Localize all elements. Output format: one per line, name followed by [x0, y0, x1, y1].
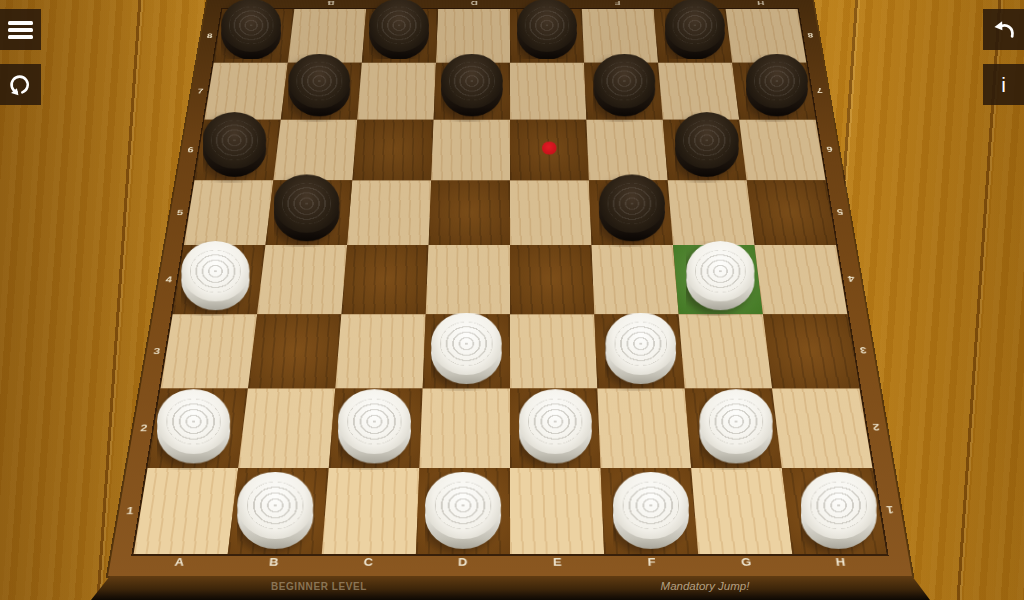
black-piece[interactable]: [746, 54, 808, 117]
square-e8[interactable]: [510, 9, 584, 63]
coordinate-label: A: [130, 551, 228, 573]
black-piece[interactable]: [441, 54, 503, 117]
white-piece[interactable]: [157, 389, 230, 463]
black-piece[interactable]: [675, 112, 739, 177]
square-g7[interactable]: [658, 63, 739, 120]
undo-button[interactable]: [983, 9, 1024, 50]
coordinate-label: H: [792, 551, 890, 573]
square-c3[interactable]: [335, 314, 425, 388]
white-piece[interactable]: [237, 472, 313, 549]
white-piece[interactable]: [431, 313, 502, 385]
square-h1[interactable]: [782, 468, 887, 554]
coordinate-label: F: [604, 551, 700, 573]
undo-icon: [990, 16, 1018, 44]
square-c1[interactable]: [322, 468, 420, 554]
square-g6[interactable]: [663, 120, 747, 181]
square-d5[interactable]: [428, 180, 510, 245]
hamburger-menu-icon: [8, 21, 33, 25]
square-d2[interactable]: [419, 388, 510, 468]
black-piece[interactable]: [599, 174, 665, 241]
square-f2[interactable]: [597, 388, 691, 468]
square-g2[interactable]: [685, 388, 782, 468]
status-message: Mandatory Jump!: [620, 580, 790, 592]
square-b6[interactable]: [273, 120, 357, 181]
white-piece[interactable]: [613, 472, 689, 549]
square-d7[interactable]: [434, 63, 510, 120]
square-e4[interactable]: [510, 245, 594, 314]
coordinate-label: E: [510, 0, 582, 8]
menu-button[interactable]: [0, 9, 41, 50]
square-h4[interactable]: [755, 245, 848, 314]
square-a2[interactable]: [148, 388, 248, 468]
square-h7[interactable]: [732, 63, 815, 120]
white-piece[interactable]: [801, 472, 877, 549]
board-front-face: BEGINNER LEVEL Mandatory Jump!: [0, 576, 1024, 600]
black-piece[interactable]: [517, 0, 577, 60]
square-f6[interactable]: [586, 120, 667, 181]
level-label: BEGINNER LEVEL: [234, 581, 404, 592]
coordinate-label: C: [320, 551, 416, 573]
square-b2[interactable]: [238, 388, 335, 468]
square-a3[interactable]: [161, 314, 257, 388]
square-e5[interactable]: [510, 180, 592, 245]
black-piece[interactable]: [221, 0, 281, 60]
square-a7[interactable]: [204, 63, 287, 120]
square-g4[interactable]: [673, 245, 763, 314]
rotate-board-button[interactable]: [0, 64, 41, 105]
checkers-board: ABCDEFGH ABCDEFGH 87654321 87654321: [108, 0, 912, 576]
square-g1[interactable]: [691, 468, 792, 554]
black-piece[interactable]: [369, 0, 429, 60]
coordinate-label: E: [510, 551, 605, 573]
coordinate-label: F: [581, 0, 653, 8]
black-piece[interactable]: [665, 0, 725, 60]
square-b1[interactable]: [228, 468, 329, 554]
square-b3[interactable]: [248, 314, 341, 388]
square-c5[interactable]: [347, 180, 431, 245]
coordinate-label: B: [225, 551, 322, 573]
square-c2[interactable]: [329, 388, 423, 468]
black-piece[interactable]: [288, 54, 350, 117]
square-c7[interactable]: [357, 63, 436, 120]
white-piece[interactable]: [338, 389, 411, 463]
square-f7[interactable]: [584, 63, 663, 120]
coordinate-label: H: [724, 0, 797, 8]
white-piece[interactable]: [699, 389, 772, 463]
square-h3[interactable]: [763, 314, 859, 388]
square-a5[interactable]: [184, 180, 273, 245]
square-f4[interactable]: [592, 245, 679, 314]
square-e6[interactable]: [510, 120, 589, 181]
square-g5[interactable]: [668, 180, 755, 245]
square-d1[interactable]: [416, 468, 510, 554]
square-e2[interactable]: [510, 388, 601, 468]
square-g3[interactable]: [679, 314, 772, 388]
coordinate-label: A: [223, 0, 296, 8]
square-e7[interactable]: [510, 63, 586, 120]
square-b4[interactable]: [257, 245, 347, 314]
coordinate-label: B: [294, 0, 367, 8]
square-b5[interactable]: [265, 180, 352, 245]
coordinate-label: G: [653, 0, 726, 8]
black-piece[interactable]: [593, 54, 655, 117]
white-piece[interactable]: [605, 313, 676, 385]
board-grid: [134, 9, 887, 554]
white-piece[interactable]: [686, 241, 754, 310]
move-indicator-dot: [542, 142, 557, 155]
square-h2[interactable]: [772, 388, 872, 468]
square-f3[interactable]: [594, 314, 684, 388]
square-f1[interactable]: [601, 468, 699, 554]
game-screen: ABCDEFGH ABCDEFGH 87654321 87654321 BEGI…: [0, 0, 1024, 600]
info-icon: i: [1001, 74, 1006, 95]
square-d3[interactable]: [423, 314, 510, 388]
square-a8[interactable]: [214, 9, 295, 63]
square-c6[interactable]: [352, 120, 433, 181]
rotate-icon: [7, 71, 34, 98]
square-g8[interactable]: [654, 9, 732, 63]
coordinate-label: C: [366, 0, 438, 8]
square-d4[interactable]: [426, 245, 510, 314]
square-h5[interactable]: [747, 180, 836, 245]
coordinate-label: D: [438, 0, 510, 8]
square-d6[interactable]: [431, 120, 510, 181]
square-c4[interactable]: [341, 245, 428, 314]
white-piece[interactable]: [519, 389, 592, 463]
file-labels-bottom: ABCDEFGH: [130, 551, 889, 573]
square-e3[interactable]: [510, 314, 597, 388]
white-piece[interactable]: [425, 472, 501, 549]
square-a6[interactable]: [195, 120, 281, 181]
square-a1[interactable]: [134, 468, 239, 554]
square-e1[interactable]: [510, 468, 604, 554]
white-piece[interactable]: [181, 241, 249, 310]
coordinate-label: D: [415, 551, 510, 573]
coordinate-label: G: [698, 551, 795, 573]
black-piece[interactable]: [274, 174, 340, 241]
square-a4[interactable]: [173, 245, 266, 314]
black-piece[interactable]: [203, 112, 267, 177]
square-c8[interactable]: [362, 9, 438, 63]
file-labels-top: ABCDEFGH: [223, 0, 798, 8]
square-b7[interactable]: [281, 63, 362, 120]
info-button[interactable]: i: [983, 64, 1024, 105]
square-f5[interactable]: [589, 180, 673, 245]
square-h6[interactable]: [739, 120, 825, 181]
